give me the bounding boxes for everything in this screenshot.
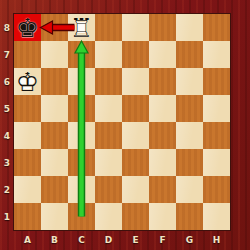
white-rook[interactable]: ♜♖ <box>68 14 95 41</box>
square-h1[interactable] <box>203 203 230 230</box>
square-b3[interactable] <box>41 149 68 176</box>
rank-label-5: 5 <box>0 95 14 122</box>
square-c6[interactable] <box>68 68 95 95</box>
white-king[interactable]: ♚♔ <box>14 68 41 95</box>
square-a7[interactable] <box>14 41 41 68</box>
square-h6[interactable] <box>203 68 230 95</box>
square-d5[interactable] <box>95 95 122 122</box>
square-a6[interactable]: ♚♔ <box>14 68 41 95</box>
file-label-e: E <box>122 231 149 249</box>
square-c3[interactable] <box>68 149 95 176</box>
file-label-c: C <box>68 231 95 249</box>
chess-diagram: ♚♜♖♚♔ 87654321 ABCDEFGH <box>0 0 250 250</box>
file-label-d: D <box>95 231 122 249</box>
square-f5[interactable] <box>149 95 176 122</box>
square-g2[interactable] <box>176 176 203 203</box>
square-a1[interactable] <box>14 203 41 230</box>
square-g7[interactable] <box>176 41 203 68</box>
square-e4[interactable] <box>122 122 149 149</box>
square-h4[interactable] <box>203 122 230 149</box>
square-b7[interactable] <box>41 41 68 68</box>
square-c4[interactable] <box>68 122 95 149</box>
black-king[interactable]: ♚ <box>14 14 41 41</box>
square-h8[interactable] <box>203 14 230 41</box>
square-b2[interactable] <box>41 176 68 203</box>
square-e6[interactable] <box>122 68 149 95</box>
square-e7[interactable] <box>122 41 149 68</box>
square-d6[interactable] <box>95 68 122 95</box>
square-c8[interactable]: ♜♖ <box>68 14 95 41</box>
square-a8[interactable]: ♚ <box>14 14 41 41</box>
rank-label-1: 1 <box>0 203 14 230</box>
file-label-h: H <box>203 231 230 249</box>
square-d1[interactable] <box>95 203 122 230</box>
file-label-g: G <box>176 231 203 249</box>
square-a4[interactable] <box>14 122 41 149</box>
square-d8[interactable] <box>95 14 122 41</box>
square-h5[interactable] <box>203 95 230 122</box>
rank-label-7: 7 <box>0 41 14 68</box>
square-a3[interactable] <box>14 149 41 176</box>
square-b4[interactable] <box>41 122 68 149</box>
square-e5[interactable] <box>122 95 149 122</box>
square-g4[interactable] <box>176 122 203 149</box>
square-d2[interactable] <box>95 176 122 203</box>
square-h7[interactable] <box>203 41 230 68</box>
square-b6[interactable] <box>41 68 68 95</box>
white-king-outline: ♔ <box>14 68 41 95</box>
rank-label-3: 3 <box>0 149 14 176</box>
white-rook-outline: ♖ <box>68 14 95 41</box>
file-label-a: A <box>14 231 41 249</box>
square-b5[interactable] <box>41 95 68 122</box>
square-b1[interactable] <box>41 203 68 230</box>
rank-label-4: 4 <box>0 122 14 149</box>
square-c5[interactable] <box>68 95 95 122</box>
square-a2[interactable] <box>14 176 41 203</box>
square-f8[interactable] <box>149 14 176 41</box>
square-e8[interactable] <box>122 14 149 41</box>
square-c2[interactable] <box>68 176 95 203</box>
square-f1[interactable] <box>149 203 176 230</box>
square-b8[interactable] <box>41 14 68 41</box>
square-f6[interactable] <box>149 68 176 95</box>
square-h3[interactable] <box>203 149 230 176</box>
square-e2[interactable] <box>122 176 149 203</box>
square-h2[interactable] <box>203 176 230 203</box>
square-g3[interactable] <box>176 149 203 176</box>
chess-board: ♚♜♖♚♔ <box>14 14 230 230</box>
square-c7[interactable] <box>68 41 95 68</box>
square-e3[interactable] <box>122 149 149 176</box>
square-g8[interactable] <box>176 14 203 41</box>
square-c1[interactable] <box>68 203 95 230</box>
square-g5[interactable] <box>176 95 203 122</box>
square-d3[interactable] <box>95 149 122 176</box>
square-f3[interactable] <box>149 149 176 176</box>
square-f4[interactable] <box>149 122 176 149</box>
rank-label-6: 6 <box>0 68 14 95</box>
square-d7[interactable] <box>95 41 122 68</box>
square-d4[interactable] <box>95 122 122 149</box>
square-e1[interactable] <box>122 203 149 230</box>
square-g1[interactable] <box>176 203 203 230</box>
file-label-b: B <box>41 231 68 249</box>
rank-label-2: 2 <box>0 176 14 203</box>
square-f7[interactable] <box>149 41 176 68</box>
file-label-f: F <box>149 231 176 249</box>
rank-label-8: 8 <box>0 14 14 41</box>
square-f2[interactable] <box>149 176 176 203</box>
square-a5[interactable] <box>14 95 41 122</box>
black-king-glyph: ♚ <box>14 14 41 41</box>
square-g6[interactable] <box>176 68 203 95</box>
